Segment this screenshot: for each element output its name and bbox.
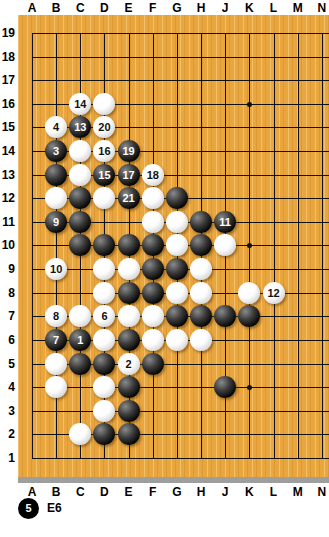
grid-hline-1 (32, 458, 329, 459)
stone-black-E12[interactable]: 21 (118, 187, 140, 209)
stone-white-F13[interactable]: 18 (142, 164, 164, 186)
coord-row-6: 6 (0, 333, 15, 347)
stone-white-D8[interactable] (93, 282, 115, 304)
coord-row-13: 13 (0, 168, 15, 182)
stone-black-E6[interactable] (118, 329, 140, 351)
stone-white-E7[interactable] (118, 305, 140, 327)
stone-black-F5[interactable] (142, 353, 164, 375)
coord-row-14: 14 (0, 144, 15, 158)
stone-white-H9[interactable] (190, 258, 212, 280)
stone-black-C11[interactable] (69, 211, 91, 233)
stone-black-B13[interactable] (45, 164, 67, 186)
grid-hline-3 (32, 411, 329, 412)
stone-black-E4[interactable] (118, 376, 140, 398)
coord-bottom-B: B (44, 485, 68, 499)
coord-top-A: A (20, 1, 44, 15)
stone-white-C16[interactable]: 14 (69, 93, 91, 115)
coord-bottom-N: N (310, 485, 329, 499)
caption-black-stone-icon: 5 (18, 498, 39, 519)
coord-row-4: 4 (0, 380, 15, 394)
coord-bottom-D: D (92, 485, 116, 499)
coord-top-G: G (165, 1, 189, 15)
stone-white-F7[interactable] (142, 305, 164, 327)
coord-bottom-J: J (213, 485, 237, 499)
coord-row-7: 7 (0, 309, 15, 323)
stone-black-H11[interactable] (190, 211, 212, 233)
stone-black-E2[interactable] (118, 423, 140, 445)
coord-row-1: 1 (0, 451, 15, 465)
grid-hline-18 (32, 57, 329, 58)
coord-top-H: H (189, 1, 213, 15)
coord-row-16: 16 (0, 97, 15, 111)
stone-black-F9[interactable] (142, 258, 164, 280)
coord-row-12: 12 (0, 191, 15, 205)
coord-bottom-H: H (189, 485, 213, 499)
stone-white-B5[interactable] (45, 353, 67, 375)
coord-top-E: E (117, 1, 141, 15)
stone-black-G9[interactable] (166, 258, 188, 280)
stone-black-G12[interactable] (166, 187, 188, 209)
stone-white-F6[interactable] (142, 329, 164, 351)
coord-bottom-K: K (237, 485, 261, 499)
stone-white-C13[interactable] (69, 164, 91, 186)
coord-row-3: 3 (0, 404, 15, 418)
coord-row-2: 2 (0, 427, 15, 441)
stone-white-L8[interactable]: 12 (263, 282, 285, 304)
stone-white-E5[interactable]: 2 (118, 353, 140, 375)
coord-top-B: B (44, 1, 68, 15)
coord-row-11: 11 (0, 215, 15, 229)
coord-row-10: 10 (0, 238, 15, 252)
grid-hline-4 (32, 387, 329, 388)
stone-white-F12[interactable] (142, 187, 164, 209)
stone-white-G11[interactable] (166, 211, 188, 233)
coord-top-M: M (286, 1, 310, 15)
stone-black-E10[interactable] (118, 234, 140, 256)
coord-top-C: C (68, 1, 92, 15)
stone-black-B6[interactable]: 7 (45, 329, 67, 351)
coord-row-5: 5 (0, 357, 15, 371)
coord-bottom-A: A (20, 485, 44, 499)
stone-black-E3[interactable] (118, 400, 140, 422)
coord-bottom-F: F (141, 485, 165, 499)
coord-top-N: N (310, 1, 329, 15)
grid-hline-19 (32, 33, 329, 34)
coord-row-19: 19 (0, 26, 15, 40)
stone-white-H6[interactable] (190, 329, 212, 351)
coord-bottom-C: C (68, 485, 92, 499)
coord-row-9: 9 (0, 262, 15, 276)
coord-top-K: K (237, 1, 261, 15)
coord-bottom-E: E (117, 485, 141, 499)
coord-bottom-G: G (165, 485, 189, 499)
stone-white-E9[interactable] (118, 258, 140, 280)
stone-white-H8[interactable] (190, 282, 212, 304)
coord-row-17: 17 (0, 73, 15, 87)
coord-row-8: 8 (0, 286, 15, 300)
stone-black-B11[interactable]: 9 (45, 211, 67, 233)
stone-black-E14[interactable]: 19 (118, 140, 140, 162)
grid-hline-17 (32, 80, 329, 81)
stone-white-F11[interactable] (142, 211, 164, 233)
move-caption: 5 E6 (18, 497, 62, 519)
stone-black-J11[interactable]: 11 (214, 211, 236, 233)
caption-move-coordinate: E6 (47, 501, 62, 515)
coord-bottom-M: M (286, 485, 310, 499)
coord-top-J: J (213, 1, 237, 15)
coord-top-L: L (262, 1, 286, 15)
stone-black-D13[interactable]: 15 (93, 164, 115, 186)
coord-top-D: D (92, 1, 116, 15)
coord-top-F: F (141, 1, 165, 15)
stone-black-F8[interactable] (142, 282, 164, 304)
stone-white-G6[interactable] (166, 329, 188, 351)
go-diagram-screen: 5 E6 AABBCCDDEEFFGGHHJJKKLLMMNN191817161… (0, 0, 329, 537)
stone-black-E13[interactable]: 17 (118, 164, 140, 186)
board-bottom-shadow (18, 477, 329, 483)
coord-bottom-L: L (262, 485, 286, 499)
stone-white-K8[interactable] (238, 282, 260, 304)
stone-black-C5[interactable] (69, 353, 91, 375)
stone-black-D5[interactable] (93, 353, 115, 375)
stone-black-E8[interactable] (118, 282, 140, 304)
stone-white-G8[interactable] (166, 282, 188, 304)
coord-row-15: 15 (0, 120, 15, 134)
coord-row-18: 18 (0, 50, 15, 64)
